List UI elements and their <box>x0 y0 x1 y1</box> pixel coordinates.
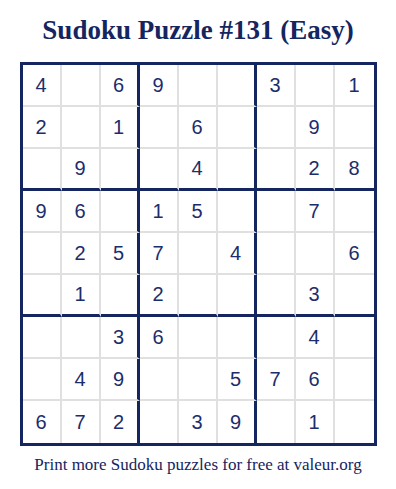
cell-r6c2: 1 <box>62 275 101 317</box>
cell-r2c3: 1 <box>101 107 140 149</box>
cell-r8c6: 5 <box>218 359 257 401</box>
sudoku-page: Sudoku Puzzle #131 (Easy) 46931216994289… <box>0 0 396 489</box>
cell-r3c5: 4 <box>179 149 218 191</box>
cell-r7c4: 6 <box>140 317 179 359</box>
cell-r2c7 <box>257 107 296 149</box>
cell-r5c5 <box>179 233 218 275</box>
cell-r9c1: 6 <box>23 401 62 443</box>
cell-r6c9 <box>335 275 374 317</box>
cell-r4c4: 1 <box>140 191 179 233</box>
cell-r8c2: 4 <box>62 359 101 401</box>
cell-r2c6 <box>218 107 257 149</box>
cell-r8c7: 7 <box>257 359 296 401</box>
cell-r7c5 <box>179 317 218 359</box>
cell-r3c7 <box>257 149 296 191</box>
cell-r9c9 <box>335 401 374 443</box>
cell-r9c2: 7 <box>62 401 101 443</box>
cell-r4c6 <box>218 191 257 233</box>
cell-r6c6 <box>218 275 257 317</box>
cell-r5c9: 6 <box>335 233 374 275</box>
cell-r5c3: 5 <box>101 233 140 275</box>
cell-r1c1: 4 <box>23 65 62 107</box>
sudoku-board: 4693121699428961572574612336449576672391 <box>20 62 377 446</box>
cell-r7c6 <box>218 317 257 359</box>
cell-r9c3: 2 <box>101 401 140 443</box>
cell-r4c8: 7 <box>296 191 335 233</box>
cell-r2c4 <box>140 107 179 149</box>
cell-r9c8: 1 <box>296 401 335 443</box>
cell-r1c8 <box>296 65 335 107</box>
cell-r4c5: 5 <box>179 191 218 233</box>
cell-r3c1 <box>23 149 62 191</box>
cell-r7c3: 3 <box>101 317 140 359</box>
cell-r8c8: 6 <box>296 359 335 401</box>
page-title: Sudoku Puzzle #131 (Easy) <box>42 13 353 47</box>
cell-r5c7 <box>257 233 296 275</box>
cell-r6c7 <box>257 275 296 317</box>
cell-r6c5 <box>179 275 218 317</box>
cell-r7c9 <box>335 317 374 359</box>
cell-r7c1 <box>23 317 62 359</box>
footer-text: Print more Sudoku puzzles for free at va… <box>34 455 361 475</box>
cell-r1c3: 6 <box>101 65 140 107</box>
cell-r5c1 <box>23 233 62 275</box>
cell-r8c4 <box>140 359 179 401</box>
cell-r6c8: 3 <box>296 275 335 317</box>
cell-r3c3 <box>101 149 140 191</box>
cell-r9c6: 9 <box>218 401 257 443</box>
cell-r4c9 <box>335 191 374 233</box>
cell-r7c2 <box>62 317 101 359</box>
cell-r4c1: 9 <box>23 191 62 233</box>
cell-r3c8: 2 <box>296 149 335 191</box>
cell-r1c2 <box>62 65 101 107</box>
cell-r6c4: 2 <box>140 275 179 317</box>
cell-r7c8: 4 <box>296 317 335 359</box>
cell-r8c1 <box>23 359 62 401</box>
cell-r1c5 <box>179 65 218 107</box>
cell-r6c1 <box>23 275 62 317</box>
cell-r8c3: 9 <box>101 359 140 401</box>
cell-r9c4 <box>140 401 179 443</box>
cell-r6c3 <box>101 275 140 317</box>
cell-r1c9: 1 <box>335 65 374 107</box>
cell-r1c6 <box>218 65 257 107</box>
cell-r3c4 <box>140 149 179 191</box>
cell-r7c7 <box>257 317 296 359</box>
cell-r8c5 <box>179 359 218 401</box>
cell-r5c2: 2 <box>62 233 101 275</box>
cell-r2c2 <box>62 107 101 149</box>
cell-r3c2: 9 <box>62 149 101 191</box>
cell-r3c9: 8 <box>335 149 374 191</box>
cell-r4c7 <box>257 191 296 233</box>
cell-r5c4: 7 <box>140 233 179 275</box>
cell-r1c7: 3 <box>257 65 296 107</box>
cell-r5c8 <box>296 233 335 275</box>
cell-r1c4: 9 <box>140 65 179 107</box>
cell-r9c5: 3 <box>179 401 218 443</box>
cell-r9c7 <box>257 401 296 443</box>
cell-r4c2: 6 <box>62 191 101 233</box>
cell-r5c6: 4 <box>218 233 257 275</box>
cell-r2c8: 9 <box>296 107 335 149</box>
cell-r3c6 <box>218 149 257 191</box>
cell-r2c5: 6 <box>179 107 218 149</box>
cell-r2c9 <box>335 107 374 149</box>
cell-r2c1: 2 <box>23 107 62 149</box>
cell-r4c3 <box>101 191 140 233</box>
cell-r8c9 <box>335 359 374 401</box>
